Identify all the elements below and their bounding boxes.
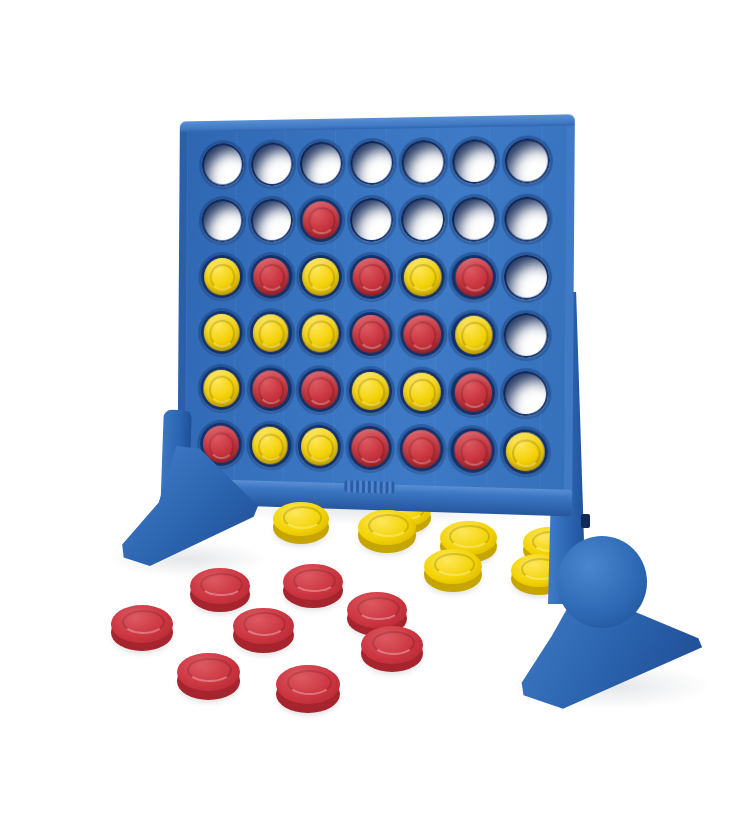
hole	[249, 368, 291, 412]
board-assembly	[177, 114, 575, 516]
cell-r4-c2[interactable]	[246, 305, 296, 362]
disc-groove	[359, 264, 386, 292]
cell-r6-c5[interactable]	[395, 420, 447, 479]
hole	[201, 311, 243, 355]
yellow-disc	[403, 258, 441, 296]
yellow-disc	[252, 314, 288, 352]
disc-groove	[409, 379, 436, 407]
disc-groove	[259, 264, 285, 291]
hole	[400, 255, 444, 299]
cell-r3-c1[interactable]	[197, 249, 246, 305]
disc-groove	[358, 378, 385, 406]
empty-hole	[201, 199, 243, 242]
cell-r5-c6[interactable]	[447, 364, 500, 423]
hole	[350, 255, 393, 299]
hole	[299, 312, 342, 356]
red-disc	[403, 315, 441, 353]
empty-hole	[401, 139, 445, 184]
disc-groove	[243, 612, 286, 636]
cell-r1-c7[interactable]	[501, 131, 554, 190]
empty-hole	[401, 197, 445, 242]
disc-top	[347, 592, 407, 628]
yellow-disc	[204, 314, 240, 351]
disc-groove	[372, 631, 416, 655]
disc-groove	[357, 597, 399, 620]
cell-r2-c4[interactable]	[346, 191, 397, 248]
red-disc	[454, 431, 492, 470]
disc-top	[361, 626, 423, 664]
hole	[451, 370, 496, 415]
yellow-disc	[403, 373, 441, 412]
disc-top	[111, 605, 173, 643]
empty-hole	[453, 139, 498, 184]
loose-yellow-disc[interactable]	[424, 549, 482, 592]
hole	[400, 370, 444, 415]
disc-top	[283, 564, 343, 600]
cell-r4-c1[interactable]	[197, 304, 246, 361]
empty-hole	[202, 143, 244, 187]
disc-groove	[308, 264, 335, 291]
cell-r6-c3[interactable]	[294, 418, 344, 476]
yellow-disc	[455, 316, 493, 355]
loose-red-disc[interactable]	[177, 653, 240, 700]
hole	[250, 311, 292, 355]
cell-r2-c7[interactable]	[500, 190, 553, 249]
hole	[399, 427, 443, 472]
empty-hole	[250, 198, 292, 242]
cell-r4-c3[interactable]	[295, 305, 345, 362]
scene	[0, 0, 746, 840]
cell-r5-c3[interactable]	[295, 362, 345, 420]
yellow-disc	[301, 428, 338, 466]
board-face	[178, 126, 575, 490]
cell-r5-c2[interactable]	[245, 361, 295, 418]
cell-r6-c6[interactable]	[447, 421, 500, 480]
red-disc	[253, 258, 289, 295]
loose-red-disc[interactable]	[233, 608, 294, 653]
disc-top	[190, 568, 250, 604]
loose-yellow-disc[interactable]	[273, 502, 329, 544]
cell-r1-c3[interactable]	[296, 134, 347, 191]
disc-groove	[283, 506, 323, 529]
hole	[349, 369, 392, 414]
rail-release-tab[interactable]	[344, 480, 395, 494]
cell-r3-c7[interactable]	[500, 248, 553, 307]
disc-groove	[461, 322, 489, 350]
cell-r2-c6[interactable]	[448, 190, 501, 248]
hole	[249, 424, 291, 468]
empty-hole	[350, 198, 393, 242]
disc-groove	[209, 376, 235, 403]
cell-r1-c6[interactable]	[449, 132, 502, 191]
board-grid	[196, 131, 554, 482]
hole	[452, 255, 497, 300]
cell-r3-c4[interactable]	[346, 248, 397, 305]
right-leg-hub	[557, 536, 647, 628]
empty-hole	[452, 197, 497, 242]
cell-r5-c1[interactable]	[197, 360, 246, 417]
cell-r4-c6[interactable]	[448, 306, 501, 364]
yellow-disc	[352, 372, 389, 410]
disc-groove	[309, 207, 336, 234]
disc-groove	[307, 434, 334, 462]
cell-r2-c3[interactable]	[296, 191, 347, 248]
red-disc	[302, 371, 339, 409]
disc-groove	[307, 377, 334, 405]
disc-top	[424, 549, 482, 584]
disc-groove	[368, 514, 409, 537]
empty-hole	[504, 255, 549, 300]
red-disc	[252, 371, 288, 409]
disc-groove	[293, 569, 335, 592]
disc-top	[358, 510, 416, 545]
cell-r1-c2[interactable]	[247, 135, 297, 192]
loose-red-disc[interactable]	[190, 568, 250, 612]
disc-groove	[409, 264, 437, 292]
hole	[451, 428, 496, 474]
cell-r5-c7[interactable]	[499, 364, 552, 423]
yellow-disc	[506, 432, 545, 472]
disc-groove	[258, 320, 284, 347]
empty-hole	[505, 138, 550, 183]
red-disc	[455, 258, 493, 296]
disc-groove	[357, 435, 384, 463]
empty-hole	[300, 141, 343, 185]
hole	[201, 255, 243, 298]
hole	[348, 426, 391, 471]
red-disc	[352, 315, 389, 353]
cell-r4-c4[interactable]	[345, 305, 396, 363]
empty-hole	[350, 140, 394, 185]
disc-top	[276, 665, 340, 704]
loose-red-disc[interactable]	[276, 665, 340, 713]
disc-groove	[358, 321, 385, 349]
hole	[503, 429, 548, 475]
hole	[400, 312, 444, 357]
disc-groove	[512, 439, 540, 468]
cell-r5-c5[interactable]	[396, 363, 448, 421]
cell-r3-c2[interactable]	[246, 248, 296, 305]
disc-groove	[210, 264, 236, 291]
hole	[300, 198, 343, 242]
empty-hole	[504, 196, 549, 241]
cell-r3-c3[interactable]	[296, 248, 346, 305]
hole	[250, 255, 292, 299]
cell-r2-c2[interactable]	[247, 192, 297, 249]
red-disc	[303, 201, 340, 239]
disc-groove	[460, 438, 488, 466]
loose-yellow-disc[interactable]	[358, 510, 416, 553]
yellow-disc	[204, 258, 240, 295]
red-disc	[351, 429, 388, 468]
disc-groove	[408, 436, 435, 464]
disc-groove	[434, 553, 475, 576]
red-disc	[353, 258, 390, 296]
loose-red-disc[interactable]	[111, 605, 173, 651]
cell-r1-c4[interactable]	[347, 134, 398, 192]
hole	[299, 368, 342, 412]
red-disc	[454, 374, 492, 413]
empty-hole	[251, 142, 293, 186]
cell-r6-c7[interactable]	[499, 423, 552, 483]
disc-groove	[200, 573, 242, 596]
cell-r5-c4[interactable]	[345, 362, 396, 420]
hole	[200, 367, 242, 411]
disc-groove	[308, 321, 335, 349]
cell-r4-c5[interactable]	[396, 306, 448, 364]
disc-groove	[449, 525, 489, 548]
cell-r6-c4[interactable]	[345, 419, 396, 477]
hole	[299, 255, 342, 299]
empty-hole	[503, 371, 548, 417]
disc-groove	[187, 658, 231, 683]
cell-r1-c1[interactable]	[198, 136, 247, 193]
disc-groove	[209, 432, 235, 460]
disc-top	[177, 653, 240, 692]
cell-r3-c6[interactable]	[448, 248, 501, 306]
right-leg-slot	[581, 514, 590, 528]
yellow-disc	[252, 427, 288, 465]
hole	[451, 313, 496, 358]
yellow-disc	[302, 315, 339, 353]
cell-r4-c7[interactable]	[500, 306, 553, 365]
disc-groove	[461, 264, 489, 292]
disc-groove	[258, 433, 284, 461]
disc-groove	[409, 322, 437, 350]
loose-red-disc[interactable]	[361, 626, 423, 672]
disc-groove	[258, 377, 284, 405]
yellow-disc	[203, 370, 239, 408]
hole	[349, 312, 392, 356]
disc-groove	[209, 320, 235, 347]
empty-hole	[504, 313, 549, 358]
loose-red-disc[interactable]	[283, 564, 343, 608]
yellow-disc	[302, 258, 339, 296]
hole	[298, 425, 341, 470]
cell-r2-c5[interactable]	[397, 190, 449, 248]
disc-groove	[122, 610, 166, 634]
cell-r3-c5[interactable]	[397, 248, 449, 306]
cell-r2-c1[interactable]	[198, 192, 247, 248]
cell-r1-c5[interactable]	[397, 133, 449, 191]
disc-groove	[287, 670, 332, 695]
disc-groove	[460, 380, 488, 408]
red-disc	[402, 430, 440, 469]
disc-top	[233, 608, 294, 645]
cell-r6-c2[interactable]	[245, 417, 295, 475]
